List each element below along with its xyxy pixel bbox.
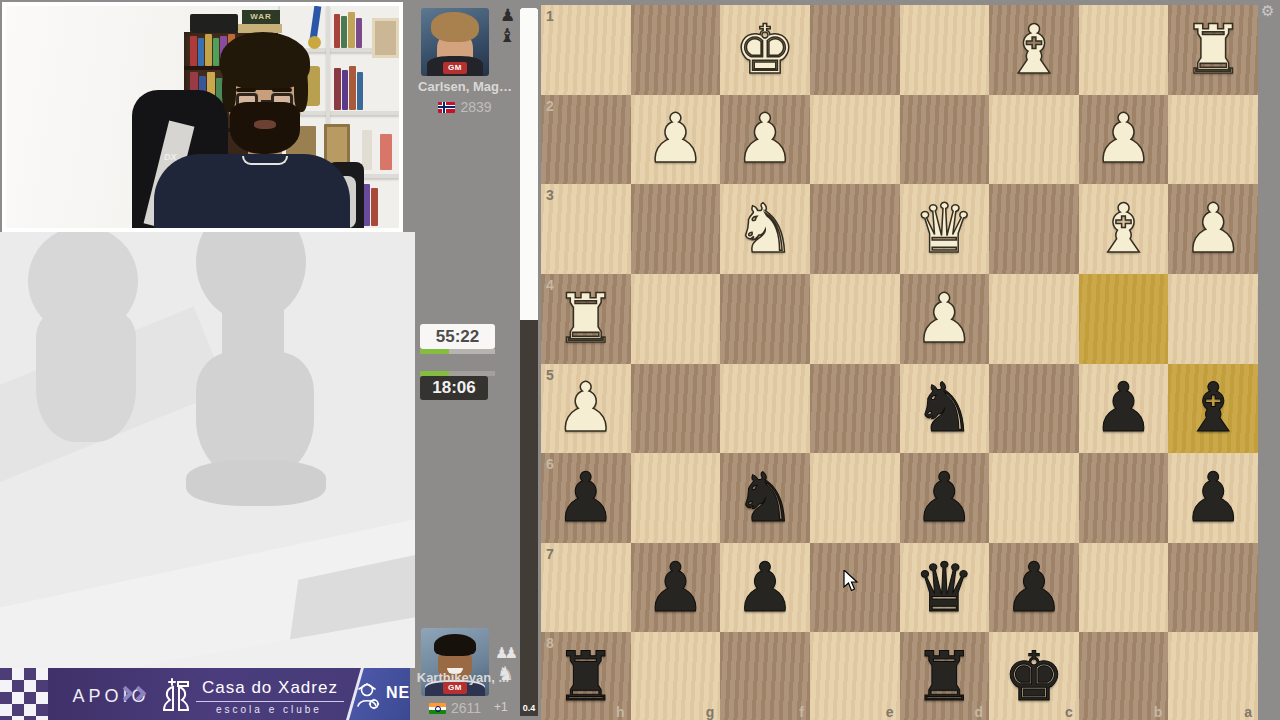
white-pawn-d4[interactable]: ♟ [900, 274, 990, 364]
square-h2[interactable]: 2 [541, 95, 631, 185]
square-e3[interactable] [810, 184, 900, 274]
square-h7[interactable]: 7 [541, 543, 631, 633]
player-bottom-avatar: GM [421, 628, 489, 696]
book [190, 36, 197, 66]
book [198, 38, 204, 66]
stream-layout: WAR DX [0, 0, 1280, 720]
rank-label-1: 1 [546, 8, 554, 24]
white-pawn-f2[interactable]: ♟ [720, 95, 810, 185]
player-top-rating-row: 2839 [410, 99, 520, 115]
square-e2[interactable] [810, 95, 900, 185]
square-a2[interactable] [1168, 95, 1258, 185]
white-pawn-g2[interactable]: ♟ [631, 95, 721, 185]
square-g4[interactable] [631, 274, 721, 364]
square-f3[interactable]: ♞ [720, 184, 810, 274]
square-f4[interactable] [720, 274, 810, 364]
club-logo-icon [160, 675, 192, 717]
square-d1[interactable] [900, 5, 990, 95]
square-f8[interactable]: f [720, 632, 810, 720]
square-a8[interactable]: a [1168, 632, 1258, 720]
file-label-d: d [975, 704, 984, 720]
square-f1[interactable]: ♚ [720, 5, 810, 95]
square-b6[interactable] [1079, 453, 1169, 543]
norway-flag-icon [438, 102, 455, 113]
avatar-hair [434, 634, 476, 656]
square-f2[interactable]: ♟ [720, 95, 810, 185]
player-top-avatar: GM [421, 8, 489, 76]
square-b5[interactable]: ♟ [1079, 364, 1169, 454]
book [356, 18, 362, 48]
square-g2[interactable]: ♟ [631, 95, 721, 185]
square-a3[interactable]: ♟ [1168, 184, 1258, 274]
file-label-g: g [706, 704, 715, 720]
rank-label-8: 8 [546, 635, 554, 651]
player-top-rating: 2839 [460, 99, 491, 115]
book [348, 12, 355, 48]
white-pawn-b2[interactable]: ♟ [1079, 95, 1169, 185]
square-b2[interactable]: ♟ [1079, 95, 1169, 185]
book [349, 66, 356, 110]
streamer-collar [242, 156, 288, 165]
square-e4[interactable] [810, 274, 900, 364]
photo-pawn-center-base [186, 460, 326, 506]
banner-checkerboard [0, 668, 48, 720]
square-c5[interactable] [989, 364, 1079, 454]
square-b4[interactable] [1079, 274, 1169, 364]
square-g3[interactable] [631, 184, 721, 274]
black-knight-d5[interactable]: ♞ [900, 364, 990, 454]
book [334, 14, 340, 48]
square-d7[interactable]: ♛ [900, 543, 990, 633]
square-a1[interactable]: ♜ [1168, 5, 1258, 95]
captured-pawns-icon: ♟♟ [495, 646, 514, 661]
black-queen-d7[interactable]: ♛ [900, 543, 990, 633]
square-c4[interactable] [989, 274, 1079, 364]
mascot-icon [354, 680, 382, 714]
square-g7[interactable]: ♟ [631, 543, 721, 633]
square-f5[interactable] [720, 364, 810, 454]
square-c7[interactable]: ♟ [989, 543, 1079, 633]
shelf-item [380, 134, 392, 170]
square-e8[interactable]: e [810, 632, 900, 720]
square-h4[interactable]: 4♜ [541, 274, 631, 364]
file-label-a: a [1244, 704, 1252, 720]
club-subtitle: escola e clube [216, 704, 322, 715]
square-c2[interactable] [989, 95, 1079, 185]
evaluation-value: 0.4 [520, 703, 538, 713]
shelf-top-box [190, 14, 238, 33]
webcam-video: WAR DX [6, 6, 399, 228]
file-label-f: f [799, 704, 804, 720]
banner-apoio-label: APOIO [56, 686, 166, 707]
square-b1[interactable] [1079, 5, 1169, 95]
sponsor-banner: APOIO Casa do Xadrez escola e clube [0, 668, 410, 720]
square-h8[interactable]: 8h♜ [541, 632, 631, 720]
black-bishop-a5[interactable]: ♝ [1168, 364, 1258, 454]
photo-pawn-left-body [36, 312, 136, 442]
white-king-f1[interactable]: ♚ [720, 5, 810, 95]
book [342, 70, 348, 110]
white-pawn-h5[interactable]: ♟ [541, 364, 631, 454]
square-g8[interactable]: g [631, 632, 721, 720]
eyebrow [272, 88, 292, 92]
chess-board[interactable]: 1♚♝♜2♟♟♟3♞♛♝♟4♜♟5♟♞♟♝6♟♞♟♟7♟♟♛♟8h♜gfed♜c… [541, 5, 1258, 720]
book [213, 38, 219, 66]
webcam-panel: WAR DX [2, 2, 403, 232]
square-e1[interactable] [810, 5, 900, 95]
white-bishop-b3[interactable]: ♝ [1079, 184, 1169, 274]
rank-label-5: 5 [546, 367, 554, 383]
square-g1[interactable] [631, 5, 721, 95]
square-e6[interactable] [810, 453, 900, 543]
square-c1[interactable]: ♝ [989, 5, 1079, 95]
square-d3[interactable]: ♛ [900, 184, 990, 274]
square-c3[interactable] [989, 184, 1079, 274]
square-h1[interactable]: 1 [541, 5, 631, 95]
square-f7[interactable]: ♟ [720, 543, 810, 633]
player-bottom-rating: 2611 [451, 700, 481, 716]
board-right-strip [1258, 0, 1280, 720]
player-bottom-name[interactable]: Karthikeyan, ... [408, 670, 518, 685]
captured-pawn-icon: ♟ [500, 7, 515, 24]
square-d4[interactable]: ♟ [900, 274, 990, 364]
black-knight-f6[interactable]: ♞ [720, 453, 810, 543]
file-label-b: b [1154, 704, 1163, 720]
avatar-hair [431, 12, 479, 42]
club-name: Casa do Xadrez [196, 678, 344, 702]
square-a7[interactable] [1168, 543, 1258, 633]
eyebrow [236, 88, 256, 92]
rank-label-7: 7 [546, 546, 554, 562]
square-e5[interactable] [810, 364, 900, 454]
captured-bishop-icon: ♝ [499, 26, 516, 45]
square-a6[interactable]: ♟ [1168, 453, 1258, 543]
square-d5[interactable]: ♞ [900, 364, 990, 454]
white-rook-h4[interactable]: ♜ [541, 274, 631, 364]
white-queen-d3[interactable]: ♛ [900, 184, 990, 274]
white-rook-a1[interactable]: ♜ [1168, 5, 1258, 95]
square-b8[interactable]: b [1079, 632, 1169, 720]
square-b7[interactable] [1079, 543, 1169, 633]
material-advantage: +1 [494, 700, 508, 714]
book [205, 34, 212, 66]
black-pawn-g7[interactable]: ♟ [631, 543, 721, 633]
square-a5[interactable]: ♝ [1168, 364, 1258, 454]
square-g6[interactable] [631, 453, 721, 543]
player-top-name[interactable]: Carlsen, Mag… [410, 79, 520, 94]
square-d2[interactable] [900, 95, 990, 185]
picture-frame [372, 18, 399, 58]
background-chess-photo [0, 232, 415, 668]
file-label-h: h [616, 704, 625, 720]
clock-white-progress [420, 349, 495, 354]
book [371, 188, 378, 226]
square-a4[interactable] [1168, 274, 1258, 364]
square-h3[interactable]: 3 [541, 184, 631, 274]
rank-label-4: 4 [546, 277, 554, 293]
file-label-e: e [886, 704, 894, 720]
file-label-c: c [1065, 704, 1073, 720]
white-pawn-a3[interactable]: ♟ [1168, 184, 1258, 274]
medal-disc [308, 36, 321, 49]
rank-label-2: 2 [546, 98, 554, 114]
rank-label-6: 6 [546, 456, 554, 472]
book [357, 72, 363, 110]
book [341, 16, 347, 48]
white-bishop-c1[interactable]: ♝ [989, 5, 1079, 95]
square-g5[interactable] [631, 364, 721, 454]
evaluation-bar: 0.4 [520, 8, 538, 716]
streamer-hair-side [294, 66, 308, 112]
clock-white: 55:22 [420, 324, 495, 349]
white-knight-f3[interactable]: ♞ [720, 184, 810, 274]
india-flag-icon [429, 703, 446, 714]
square-c6[interactable] [989, 453, 1079, 543]
war-game-box: WAR [242, 10, 280, 24]
streamer-mouth [254, 120, 276, 129]
square-h6[interactable]: 6♟ [541, 453, 631, 543]
square-f6[interactable]: ♞ [720, 453, 810, 543]
clock-black: 18:06 [420, 376, 488, 400]
black-pawn-b5[interactable]: ♟ [1079, 364, 1169, 454]
square-d6[interactable]: ♟ [900, 453, 990, 543]
title-badge: GM [443, 62, 467, 74]
square-d8[interactable]: d♜ [900, 632, 990, 720]
square-b3[interactable]: ♝ [1079, 184, 1169, 274]
black-pawn-d6[interactable]: ♟ [900, 453, 990, 543]
rank-label-3: 3 [546, 187, 554, 203]
square-h5[interactable]: 5♟ [541, 364, 631, 454]
black-pawn-a6[interactable]: ♟ [1168, 453, 1258, 543]
black-pawn-c7[interactable]: ♟ [989, 543, 1079, 633]
shelf-item [362, 130, 372, 170]
streamer-torso [154, 154, 350, 228]
gear-icon[interactable]: ⚙ [1261, 2, 1274, 20]
black-pawn-f7[interactable]: ♟ [720, 543, 810, 633]
square-c8[interactable]: c♚ [989, 632, 1079, 720]
evaluation-bar-white [520, 8, 538, 320]
book [334, 68, 341, 110]
mouse-cursor [843, 570, 863, 596]
black-pawn-h6[interactable]: ♟ [541, 453, 631, 543]
